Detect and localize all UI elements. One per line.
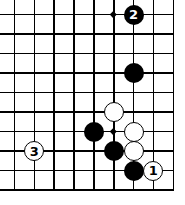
intersection-r10: 2 (124, 5, 144, 25)
intersection-p4 (84, 122, 104, 142)
intersection-r3 (124, 141, 144, 161)
intersection-s2: 1 (143, 161, 163, 181)
stone-black-r10: 2 (124, 5, 144, 25)
intersection-q4 (104, 122, 124, 142)
intersection-r7 (124, 63, 144, 83)
stone-white-r4 (124, 122, 144, 142)
stone-white-m3: 3 (24, 141, 44, 161)
go-board-diagram: 231 (0, 0, 185, 205)
intersection-r2 (124, 161, 144, 181)
star-point-q4 (111, 128, 117, 134)
intersection-m3: 3 (24, 141, 44, 161)
star-point-q10 (111, 11, 117, 17)
stone-white-q5 (104, 102, 124, 122)
intersection-q5 (104, 102, 124, 122)
intersection-q3 (104, 141, 124, 161)
intersection-q10 (104, 5, 124, 25)
stone-black-q3 (104, 141, 124, 161)
stone-black-r7 (124, 63, 144, 83)
intersection-r4 (124, 122, 144, 142)
stone-white-s2: 1 (143, 161, 163, 181)
stone-black-p4 (84, 122, 104, 142)
move-number: 3 (30, 145, 39, 158)
go-board: 231 (5, 5, 184, 200)
move-number: 2 (129, 8, 138, 21)
move-number: 1 (149, 164, 158, 177)
stone-white-r3 (124, 141, 144, 161)
stone-black-r2 (124, 161, 144, 181)
